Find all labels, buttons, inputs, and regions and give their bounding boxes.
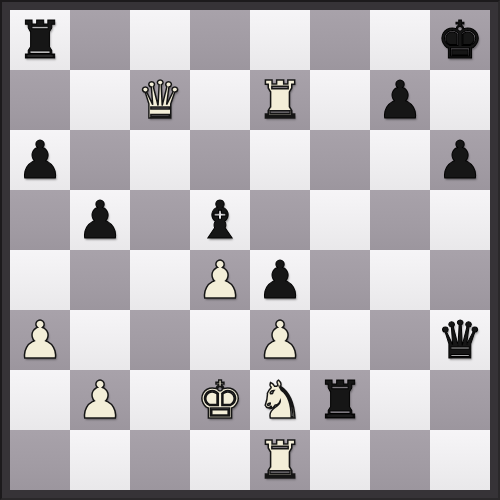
square-d3[interactable] [190,310,250,370]
square-g7[interactable]: ♟ [370,70,430,130]
square-f1[interactable] [310,430,370,490]
square-b7[interactable] [70,70,130,130]
square-e7[interactable]: ♜ [250,70,310,130]
black-pawn[interactable]: ♟ [437,130,484,190]
square-b4[interactable] [70,250,130,310]
square-d4[interactable]: ♟ [190,250,250,310]
square-h2[interactable] [430,370,490,430]
square-b6[interactable] [70,130,130,190]
square-c5[interactable] [130,190,190,250]
white-pawn[interactable]: ♟ [17,310,64,370]
black-pawn[interactable]: ♟ [257,250,304,310]
square-g1[interactable] [370,430,430,490]
square-b2[interactable]: ♟ [70,370,130,430]
square-h8[interactable]: ♚ [430,10,490,70]
square-b8[interactable] [70,10,130,70]
square-b5[interactable]: ♟ [70,190,130,250]
square-c4[interactable] [130,250,190,310]
black-rook[interactable]: ♜ [317,370,364,430]
square-b1[interactable] [70,430,130,490]
square-e3[interactable]: ♟ [250,310,310,370]
square-c3[interactable] [130,310,190,370]
square-h4[interactable] [430,250,490,310]
square-h6[interactable]: ♟ [430,130,490,190]
square-f7[interactable] [310,70,370,130]
square-e2[interactable]: ♞ [250,370,310,430]
square-b3[interactable] [70,310,130,370]
square-g3[interactable] [370,310,430,370]
black-king[interactable]: ♚ [437,10,484,70]
square-d5[interactable]: ♝ [190,190,250,250]
square-d8[interactable] [190,10,250,70]
white-queen[interactable]: ♛ [137,70,184,130]
square-f5[interactable] [310,190,370,250]
square-d2[interactable]: ♚ [190,370,250,430]
square-a8[interactable]: ♜ [10,10,70,70]
white-knight[interactable]: ♞ [257,370,304,430]
black-bishop[interactable]: ♝ [197,190,244,250]
square-d1[interactable] [190,430,250,490]
black-queen[interactable]: ♛ [437,310,484,370]
black-pawn[interactable]: ♟ [17,130,64,190]
white-pawn[interactable]: ♟ [257,310,304,370]
square-c7[interactable]: ♛ [130,70,190,130]
square-d7[interactable] [190,70,250,130]
square-h1[interactable] [430,430,490,490]
square-f6[interactable] [310,130,370,190]
square-e6[interactable] [250,130,310,190]
white-rook[interactable]: ♜ [257,430,304,490]
square-c6[interactable] [130,130,190,190]
square-g2[interactable] [370,370,430,430]
square-c8[interactable] [130,10,190,70]
square-c1[interactable] [130,430,190,490]
white-king[interactable]: ♚ [197,370,244,430]
chess-board: ♜♚♛♜♟♟♟♟♝♟♟♟♟♛♟♚♞♜♜ [10,10,490,490]
black-pawn[interactable]: ♟ [77,190,124,250]
square-f8[interactable] [310,10,370,70]
white-pawn[interactable]: ♟ [77,370,124,430]
square-g6[interactable] [370,130,430,190]
board-frame: ♜♚♛♜♟♟♟♟♝♟♟♟♟♛♟♚♞♜♜ [0,0,500,500]
square-a3[interactable]: ♟ [10,310,70,370]
square-g4[interactable] [370,250,430,310]
square-f3[interactable] [310,310,370,370]
square-e4[interactable]: ♟ [250,250,310,310]
square-a4[interactable] [10,250,70,310]
square-h7[interactable] [430,70,490,130]
black-rook[interactable]: ♜ [17,10,64,70]
square-a5[interactable] [10,190,70,250]
square-f4[interactable] [310,250,370,310]
square-a6[interactable]: ♟ [10,130,70,190]
square-f2[interactable]: ♜ [310,370,370,430]
square-g5[interactable] [370,190,430,250]
square-e1[interactable]: ♜ [250,430,310,490]
white-rook[interactable]: ♜ [257,70,304,130]
square-e5[interactable] [250,190,310,250]
square-a2[interactable] [10,370,70,430]
square-h5[interactable] [430,190,490,250]
square-g8[interactable] [370,10,430,70]
square-e8[interactable] [250,10,310,70]
white-pawn[interactable]: ♟ [197,250,244,310]
square-h3[interactable]: ♛ [430,310,490,370]
black-pawn[interactable]: ♟ [377,70,424,130]
square-a1[interactable] [10,430,70,490]
square-a7[interactable] [10,70,70,130]
square-c2[interactable] [130,370,190,430]
square-d6[interactable] [190,130,250,190]
